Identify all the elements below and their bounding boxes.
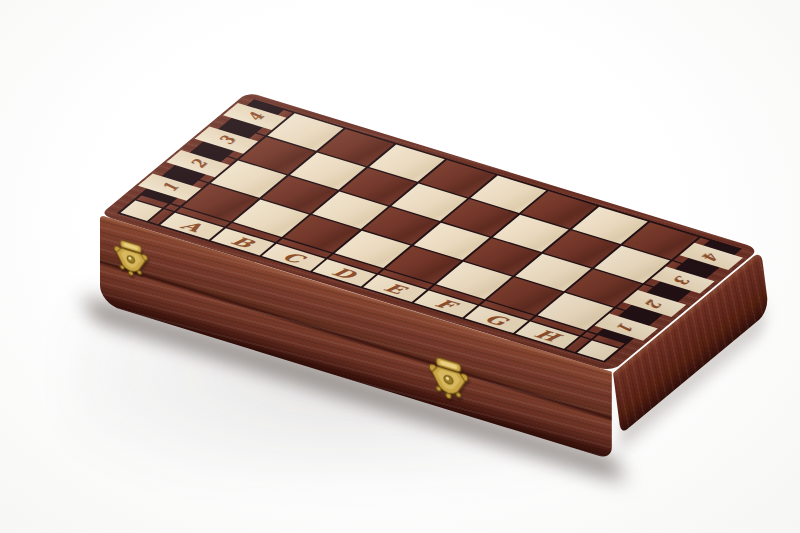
rank-label-left-4: 4 — [223, 103, 286, 130]
rank-label-right-3: 3 — [651, 266, 714, 293]
rank-label-left-3: 3 — [195, 126, 258, 153]
brass-clasp-right — [423, 350, 474, 410]
rank-label-left-2: 2 — [166, 150, 229, 177]
brass-clasp-left — [110, 234, 152, 285]
rank-label-right-4: 4 — [680, 243, 743, 270]
rank-label-right-2: 2 — [623, 290, 686, 317]
product-photo-scene: 44332211ABCDEFGH — [0, 0, 800, 533]
